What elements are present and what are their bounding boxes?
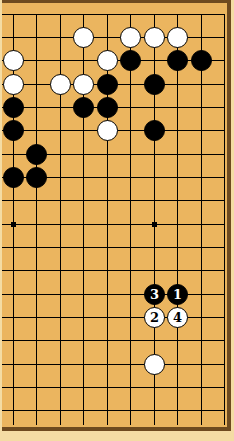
black-stone (3, 167, 24, 188)
black-stone (26, 144, 47, 165)
white-stone (144, 27, 165, 48)
black-stone (26, 167, 47, 188)
white-stone (3, 50, 24, 71)
white-stone (144, 354, 165, 375)
black-stone (144, 120, 165, 141)
white-stone (73, 74, 94, 95)
black-stone (97, 74, 118, 95)
star-point (152, 222, 157, 227)
grid-vline (177, 14, 178, 425)
white-stone (97, 50, 118, 71)
grid-vline (130, 14, 131, 425)
star-point (11, 222, 16, 227)
black-stone (73, 97, 94, 118)
black-stone (120, 50, 141, 71)
white-stone (50, 74, 71, 95)
black-stone (191, 50, 212, 71)
black-stone-move-3: 3 (144, 284, 165, 305)
white-stone-move-4: 4 (167, 307, 188, 328)
grid-vline (224, 14, 225, 425)
white-stone (120, 27, 141, 48)
black-stone (167, 50, 188, 71)
go-board: 3124 (2, 0, 231, 431)
grid-vline (201, 14, 202, 425)
white-stone (97, 120, 118, 141)
black-stone (3, 120, 24, 141)
go-diagram: 3124 (0, 0, 234, 441)
black-stone (144, 74, 165, 95)
grid-vline (36, 14, 37, 425)
white-stone-move-2: 2 (144, 307, 165, 328)
black-stone (3, 97, 24, 118)
white-stone (3, 74, 24, 95)
black-stone-move-1: 1 (167, 284, 188, 305)
white-stone (73, 27, 94, 48)
white-stone (167, 27, 188, 48)
black-stone (97, 97, 118, 118)
